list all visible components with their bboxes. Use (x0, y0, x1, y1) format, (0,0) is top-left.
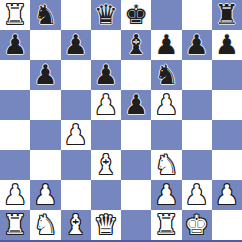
chess-board: ♜♞♛♚♜♟♟♝♟♟♟♟♟♞♟♟♟♟♝♞♟♟♟♟♟♜♞♝♛♜♚ (0, 0, 242, 240)
square-f3[interactable]: ♞ (151, 150, 181, 180)
square-e3[interactable] (121, 150, 151, 180)
square-g1[interactable]: ♚ (182, 210, 212, 240)
piece-black-bishop[interactable]: ♝ (124, 31, 148, 58)
square-h3[interactable] (212, 150, 242, 180)
piece-black-knight[interactable]: ♞ (33, 1, 57, 28)
square-d5[interactable]: ♟ (91, 90, 121, 120)
piece-black-pawn[interactable]: ♟ (94, 61, 118, 88)
square-d6[interactable]: ♟ (91, 60, 121, 90)
piece-white-pawn[interactable]: ♟ (33, 181, 57, 208)
chess-board-wrapper: ♜♞♛♚♜♟♟♝♟♟♟♟♟♞♟♟♟♟♝♞♟♟♟♟♟♜♞♝♛♜♚ (0, 0, 242, 242)
square-e8[interactable]: ♚ (121, 0, 151, 30)
square-f8[interactable] (151, 0, 181, 30)
square-f6[interactable]: ♞ (151, 60, 181, 90)
square-a5[interactable] (0, 90, 30, 120)
square-b4[interactable] (30, 120, 60, 150)
square-h8[interactable]: ♜ (212, 0, 242, 30)
square-c1[interactable]: ♝ (61, 210, 91, 240)
square-f2[interactable]: ♟ (151, 180, 181, 210)
square-g6[interactable] (182, 60, 212, 90)
piece-black-pawn[interactable]: ♟ (64, 31, 88, 58)
piece-black-pawn[interactable]: ♟ (3, 31, 27, 58)
square-e6[interactable] (121, 60, 151, 90)
square-a1[interactable]: ♜ (0, 210, 30, 240)
square-e2[interactable] (121, 180, 151, 210)
square-a3[interactable] (0, 150, 30, 180)
piece-white-rook[interactable]: ♜ (154, 211, 178, 238)
square-h1[interactable] (212, 210, 242, 240)
piece-white-pawn[interactable]: ♟ (154, 181, 178, 208)
piece-white-queen[interactable]: ♛ (94, 211, 118, 238)
piece-black-queen[interactable]: ♛ (94, 1, 118, 28)
piece-black-pawn[interactable]: ♟ (154, 31, 178, 58)
square-g5[interactable] (182, 90, 212, 120)
square-c2[interactable] (61, 180, 91, 210)
piece-black-pawn[interactable]: ♟ (215, 31, 239, 58)
square-d8[interactable]: ♛ (91, 0, 121, 30)
piece-black-rook[interactable]: ♜ (215, 1, 239, 28)
piece-white-king[interactable]: ♚ (185, 211, 209, 238)
square-g7[interactable]: ♟ (182, 30, 212, 60)
square-a6[interactable] (0, 60, 30, 90)
square-c8[interactable] (61, 0, 91, 30)
piece-white-pawn[interactable]: ♟ (94, 91, 118, 118)
piece-white-rook[interactable]: ♜ (3, 1, 27, 28)
square-b5[interactable] (30, 90, 60, 120)
square-e1[interactable] (121, 210, 151, 240)
square-g8[interactable] (182, 0, 212, 30)
square-c3[interactable] (61, 150, 91, 180)
square-f4[interactable] (151, 120, 181, 150)
square-g3[interactable] (182, 150, 212, 180)
square-a8[interactable]: ♜ (0, 0, 30, 30)
square-b8[interactable]: ♞ (30, 0, 60, 30)
piece-white-pawn[interactable]: ♟ (3, 181, 27, 208)
piece-black-knight[interactable]: ♞ (154, 61, 178, 88)
square-e5[interactable]: ♟ (121, 90, 151, 120)
square-b6[interactable]: ♟ (30, 60, 60, 90)
square-e7[interactable]: ♝ (121, 30, 151, 60)
piece-white-knight[interactable]: ♞ (33, 211, 57, 238)
piece-black-king[interactable]: ♚ (124, 1, 148, 28)
square-d2[interactable] (91, 180, 121, 210)
square-h2[interactable]: ♟ (212, 180, 242, 210)
square-b7[interactable] (30, 30, 60, 60)
square-c5[interactable] (61, 90, 91, 120)
piece-white-bishop[interactable]: ♝ (94, 151, 118, 178)
piece-white-pawn[interactable]: ♟ (154, 91, 178, 118)
square-h6[interactable] (212, 60, 242, 90)
square-d3[interactable]: ♝ (91, 150, 121, 180)
square-c7[interactable]: ♟ (61, 30, 91, 60)
square-h7[interactable]: ♟ (212, 30, 242, 60)
square-d4[interactable] (91, 120, 121, 150)
square-g2[interactable]: ♟ (182, 180, 212, 210)
square-e4[interactable] (121, 120, 151, 150)
square-a4[interactable] (0, 120, 30, 150)
square-h4[interactable] (212, 120, 242, 150)
piece-white-rook[interactable]: ♜ (3, 211, 27, 238)
square-a7[interactable]: ♟ (0, 30, 30, 60)
piece-white-knight[interactable]: ♞ (154, 151, 178, 178)
piece-black-pawn[interactable]: ♟ (124, 91, 148, 118)
piece-white-pawn[interactable]: ♟ (185, 181, 209, 208)
piece-white-pawn[interactable]: ♟ (215, 181, 239, 208)
piece-white-pawn[interactable]: ♟ (64, 121, 88, 148)
square-b1[interactable]: ♞ (30, 210, 60, 240)
square-f7[interactable]: ♟ (151, 30, 181, 60)
square-a2[interactable]: ♟ (0, 180, 30, 210)
square-c6[interactable] (61, 60, 91, 90)
piece-black-pawn[interactable]: ♟ (33, 61, 57, 88)
square-d1[interactable]: ♛ (91, 210, 121, 240)
square-b2[interactable]: ♟ (30, 180, 60, 210)
square-c4[interactable]: ♟ (61, 120, 91, 150)
square-f5[interactable]: ♟ (151, 90, 181, 120)
square-h5[interactable] (212, 90, 242, 120)
square-d7[interactable] (91, 30, 121, 60)
square-f1[interactable]: ♜ (151, 210, 181, 240)
square-g4[interactable] (182, 120, 212, 150)
piece-black-pawn[interactable]: ♟ (185, 31, 209, 58)
square-b3[interactable] (30, 150, 60, 180)
piece-white-bishop[interactable]: ♝ (64, 211, 88, 238)
